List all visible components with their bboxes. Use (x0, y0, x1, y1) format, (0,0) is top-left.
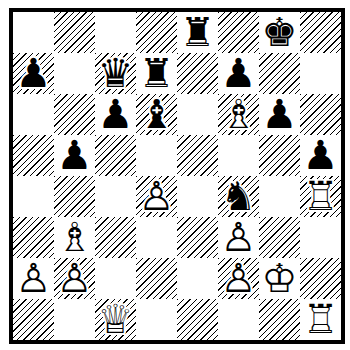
black-queen-c7[interactable]: ♛ (95, 53, 136, 94)
black-pawn-b5[interactable]: ♟ (54, 135, 95, 176)
white-pawn-a2[interactable]: ♙ (13, 258, 54, 299)
piece-halo: ♟ (300, 135, 341, 176)
square-h4[interactable]: ♜♖ (300, 176, 341, 217)
square-b1[interactable] (54, 299, 95, 340)
piece-halo: ♟ (13, 258, 54, 299)
square-c3[interactable] (95, 217, 136, 258)
chessboard-frame: ♜♜♚♚♟♟♛♛♜♜♟♟♟♟♝♝♝♗♟♟♟♟♟♟♟♙♞♞♜♖♝♗♟♙♟♙♟♙♟♙… (9, 8, 345, 344)
square-e6[interactable] (177, 94, 218, 135)
square-e3[interactable] (177, 217, 218, 258)
square-b8[interactable] (54, 12, 95, 53)
square-h1[interactable]: ♜♖ (300, 299, 341, 340)
piece-halo: ♛ (95, 53, 136, 94)
square-g3[interactable] (259, 217, 300, 258)
white-queen-c1[interactable]: ♕ (95, 299, 136, 340)
square-c1[interactable]: ♛♕ (95, 299, 136, 340)
piece-halo: ♟ (54, 135, 95, 176)
square-h3[interactable] (300, 217, 341, 258)
square-f5[interactable] (218, 135, 259, 176)
piece-halo: ♟ (218, 217, 259, 258)
square-b3[interactable]: ♝♗ (54, 217, 95, 258)
square-e4[interactable] (177, 176, 218, 217)
piece-halo: ♟ (54, 258, 95, 299)
square-d7[interactable]: ♜♜ (136, 53, 177, 94)
square-c5[interactable] (95, 135, 136, 176)
black-king-g8[interactable]: ♚ (259, 12, 300, 53)
square-b7[interactable] (54, 53, 95, 94)
piece-halo: ♟ (136, 176, 177, 217)
black-pawn-g6[interactable]: ♟ (259, 94, 300, 135)
square-f8[interactable] (218, 12, 259, 53)
square-b2[interactable]: ♟♙ (54, 258, 95, 299)
square-d8[interactable] (136, 12, 177, 53)
square-c8[interactable] (95, 12, 136, 53)
piece-halo: ♜ (177, 12, 218, 53)
black-rook-e8[interactable]: ♜ (177, 12, 218, 53)
square-d2[interactable] (136, 258, 177, 299)
piece-halo: ♟ (218, 258, 259, 299)
square-f1[interactable] (218, 299, 259, 340)
piece-halo: ♝ (136, 94, 177, 135)
black-rook-d7[interactable]: ♜ (136, 53, 177, 94)
square-a1[interactable] (13, 299, 54, 340)
square-f2[interactable]: ♟♙ (218, 258, 259, 299)
chess-board: ♜♜♚♚♟♟♛♛♜♜♟♟♟♟♝♝♝♗♟♟♟♟♟♟♟♙♞♞♜♖♝♗♟♙♟♙♟♙♟♙… (13, 12, 341, 340)
white-pawn-f2[interactable]: ♙ (218, 258, 259, 299)
white-pawn-f3[interactable]: ♙ (218, 217, 259, 258)
square-h5[interactable]: ♟♟ (300, 135, 341, 176)
square-g2[interactable]: ♚♔ (259, 258, 300, 299)
white-rook-h1[interactable]: ♖ (300, 299, 341, 340)
square-c4[interactable] (95, 176, 136, 217)
square-a3[interactable] (13, 217, 54, 258)
square-g4[interactable] (259, 176, 300, 217)
square-f6[interactable]: ♝♗ (218, 94, 259, 135)
black-knight-f4[interactable]: ♞ (218, 176, 259, 217)
black-pawn-a7[interactable]: ♟ (13, 53, 54, 94)
piece-halo: ♚ (259, 258, 300, 299)
piece-halo: ♟ (95, 94, 136, 135)
square-c7[interactable]: ♛♛ (95, 53, 136, 94)
square-f7[interactable]: ♟♟ (218, 53, 259, 94)
square-b6[interactable] (54, 94, 95, 135)
square-g8[interactable]: ♚♚ (259, 12, 300, 53)
piece-halo: ♞ (218, 176, 259, 217)
square-d3[interactable] (136, 217, 177, 258)
piece-halo: ♜ (136, 53, 177, 94)
white-pawn-d4[interactable]: ♙ (136, 176, 177, 217)
square-h7[interactable] (300, 53, 341, 94)
black-bishop-d6[interactable]: ♝ (136, 94, 177, 135)
square-g1[interactable] (259, 299, 300, 340)
white-bishop-b3[interactable]: ♗ (54, 217, 95, 258)
white-pawn-b2[interactable]: ♙ (54, 258, 95, 299)
square-a6[interactable] (13, 94, 54, 135)
square-e2[interactable] (177, 258, 218, 299)
square-b5[interactable]: ♟♟ (54, 135, 95, 176)
square-d6[interactable]: ♝♝ (136, 94, 177, 135)
square-a8[interactable] (13, 12, 54, 53)
piece-halo: ♛ (95, 299, 136, 340)
square-a5[interactable] (13, 135, 54, 176)
black-pawn-f7[interactable]: ♟ (218, 53, 259, 94)
square-a2[interactable]: ♟♙ (13, 258, 54, 299)
square-g7[interactable] (259, 53, 300, 94)
square-f4[interactable]: ♞♞ (218, 176, 259, 217)
square-c2[interactable] (95, 258, 136, 299)
piece-halo: ♟ (218, 53, 259, 94)
square-h2[interactable] (300, 258, 341, 299)
square-d5[interactable] (136, 135, 177, 176)
piece-halo: ♟ (259, 94, 300, 135)
square-h8[interactable] (300, 12, 341, 53)
square-f3[interactable]: ♟♙ (218, 217, 259, 258)
piece-halo: ♜ (300, 176, 341, 217)
square-g6[interactable]: ♟♟ (259, 94, 300, 135)
piece-halo: ♚ (259, 12, 300, 53)
piece-halo: ♝ (54, 217, 95, 258)
white-bishop-f6[interactable]: ♗ (218, 94, 259, 135)
square-a7[interactable]: ♟♟ (13, 53, 54, 94)
piece-halo: ♝ (218, 94, 259, 135)
square-d4[interactable]: ♟♙ (136, 176, 177, 217)
piece-halo: ♜ (300, 299, 341, 340)
square-d1[interactable] (136, 299, 177, 340)
square-g5[interactable] (259, 135, 300, 176)
black-pawn-h5[interactable]: ♟ (300, 135, 341, 176)
square-e5[interactable] (177, 135, 218, 176)
white-king-g2[interactable]: ♔ (259, 258, 300, 299)
white-rook-h4[interactable]: ♖ (300, 176, 341, 217)
square-e7[interactable] (177, 53, 218, 94)
square-c6[interactable]: ♟♟ (95, 94, 136, 135)
square-h6[interactable] (300, 94, 341, 135)
square-e8[interactable]: ♜♜ (177, 12, 218, 53)
square-b4[interactable] (54, 176, 95, 217)
square-a4[interactable] (13, 176, 54, 217)
square-e1[interactable] (177, 299, 218, 340)
piece-halo: ♟ (13, 53, 54, 94)
black-pawn-c6[interactable]: ♟ (95, 94, 136, 135)
